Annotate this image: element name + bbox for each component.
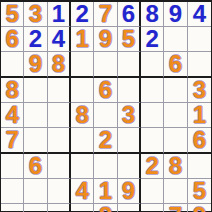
cell-r9c2[interactable] <box>24 204 47 212</box>
cell-r1c6[interactable]: 6 <box>118 2 141 27</box>
cell-r8c3[interactable] <box>48 179 71 204</box>
cell-r7c8[interactable]: 8 <box>164 154 187 179</box>
cell-r3c1[interactable] <box>1 52 24 78</box>
cell-r5c2[interactable] <box>24 103 47 128</box>
cell-r8c5[interactable]: 1 <box>94 179 117 204</box>
cell-r6c8[interactable] <box>164 128 187 154</box>
cell-r3c6[interactable] <box>118 52 141 78</box>
cell-r7c9[interactable] <box>188 154 211 179</box>
cell-r1c4[interactable]: 2 <box>71 2 94 27</box>
cell-r6c7[interactable] <box>141 128 164 154</box>
cell-r5c4[interactable]: 8 <box>71 103 94 128</box>
cell-r1c1[interactable]: 5 <box>1 2 24 27</box>
cell-r5c9[interactable]: 1 <box>188 103 211 128</box>
cell-r2c3[interactable]: 4 <box>48 27 71 52</box>
cell-r6c6[interactable] <box>118 128 141 154</box>
cell-r9c3[interactable] <box>48 204 71 212</box>
cell-r9c4[interactable] <box>71 204 94 212</box>
cell-r3c9[interactable] <box>188 52 211 78</box>
cell-r1c8[interactable]: 9 <box>164 2 187 27</box>
cell-r4c1[interactable]: 8 <box>1 78 24 103</box>
cell-r9c9[interactable]: 9 <box>188 204 211 212</box>
cell-r8c6[interactable]: 9 <box>118 179 141 204</box>
cell-r6c9[interactable]: 6 <box>188 128 211 154</box>
cell-r5c3[interactable] <box>48 103 71 128</box>
cell-r7c5[interactable] <box>94 154 117 179</box>
cell-r6c1[interactable]: 7 <box>1 128 24 154</box>
cell-r1c7[interactable]: 8 <box>141 2 164 27</box>
cell-r7c2[interactable]: 6 <box>24 154 47 179</box>
cell-r8c7[interactable] <box>141 179 164 204</box>
cell-r9c5[interactable]: 8 <box>94 204 117 212</box>
cell-r3c7[interactable] <box>141 52 164 78</box>
cell-r3c5[interactable] <box>94 52 117 78</box>
cell-r2c6[interactable]: 5 <box>118 27 141 52</box>
cell-r6c5[interactable]: 2 <box>94 128 117 154</box>
cell-r4c6[interactable] <box>118 78 141 103</box>
cell-r8c4[interactable]: 4 <box>71 179 94 204</box>
cell-r4c7[interactable] <box>141 78 164 103</box>
cell-r3c3[interactable]: 8 <box>48 52 71 78</box>
cell-r2c9[interactable] <box>188 27 211 52</box>
cell-r7c7[interactable]: 2 <box>141 154 164 179</box>
cell-r9c7[interactable] <box>141 204 164 212</box>
cell-r3c2[interactable]: 9 <box>24 52 47 78</box>
cell-r6c3[interactable] <box>48 128 71 154</box>
cell-r4c4[interactable] <box>71 78 94 103</box>
cell-r3c4[interactable] <box>71 52 94 78</box>
cell-r5c7[interactable] <box>141 103 164 128</box>
cell-r4c9[interactable]: 3 <box>188 78 211 103</box>
cell-r8c1[interactable] <box>1 179 24 204</box>
cell-r5c8[interactable] <box>164 103 187 128</box>
cell-r8c2[interactable] <box>24 179 47 204</box>
cell-r5c6[interactable]: 3 <box>118 103 141 128</box>
cell-r7c4[interactable] <box>71 154 94 179</box>
cell-r4c5[interactable]: 6 <box>94 78 117 103</box>
cell-r1c9[interactable]: 4 <box>188 2 211 27</box>
cell-r2c5[interactable]: 9 <box>94 27 117 52</box>
cell-r9c8[interactable]: 7 <box>164 204 187 212</box>
cell-r2c4[interactable]: 1 <box>71 27 94 52</box>
cell-r2c2[interactable]: 2 <box>24 27 47 52</box>
cell-r7c6[interactable] <box>118 154 141 179</box>
cell-r4c3[interactable] <box>48 78 71 103</box>
cell-r7c3[interactable] <box>48 154 71 179</box>
cell-r9c6[interactable] <box>118 204 141 212</box>
cell-r1c5[interactable]: 7 <box>94 2 117 27</box>
cell-r2c1[interactable]: 6 <box>1 27 24 52</box>
cell-r6c2[interactable] <box>24 128 47 154</box>
cell-r2c7[interactable]: 2 <box>141 27 164 52</box>
cell-r2c8[interactable] <box>164 27 187 52</box>
cell-r1c3[interactable]: 1 <box>48 2 71 27</box>
cell-r5c1[interactable]: 4 <box>1 103 24 128</box>
cell-r9c1[interactable] <box>1 204 24 212</box>
cell-r7c1[interactable] <box>1 154 24 179</box>
cell-r1c2[interactable]: 3 <box>24 2 47 27</box>
cell-r5c5[interactable] <box>94 103 117 128</box>
cell-r4c2[interactable] <box>24 78 47 103</box>
sudoku-board: 531276894624195298686348317266284195879 <box>0 0 212 212</box>
cell-r8c8[interactable] <box>164 179 187 204</box>
cell-r6c4[interactable] <box>71 128 94 154</box>
cell-r8c9[interactable]: 5 <box>188 179 211 204</box>
cell-r3c8[interactable]: 6 <box>164 52 187 78</box>
cell-r4c8[interactable] <box>164 78 187 103</box>
